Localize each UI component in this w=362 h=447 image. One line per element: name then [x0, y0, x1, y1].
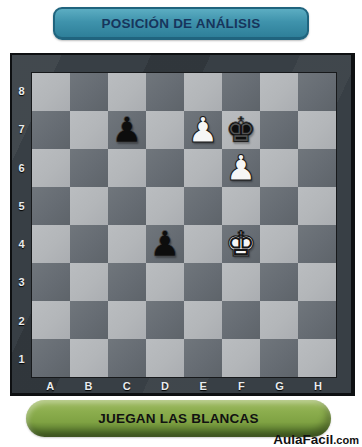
square-c8[interactable] — [108, 73, 146, 111]
square-g2[interactable] — [260, 301, 298, 339]
square-a1[interactable] — [32, 339, 70, 377]
square-a3[interactable] — [32, 263, 70, 301]
square-a8[interactable] — [32, 73, 70, 111]
rank-label-6: 6 — [12, 149, 31, 187]
black-pawn-d4[interactable]: ♟ — [146, 225, 184, 263]
watermark-suffix: .com — [333, 434, 359, 446]
black-pawn-c7[interactable]: ♟ — [108, 111, 146, 149]
file-label-a: A — [31, 378, 69, 393]
square-h2[interactable] — [298, 301, 336, 339]
rank-label-2: 2 — [12, 302, 31, 340]
square-e3[interactable] — [184, 263, 222, 301]
square-f7[interactable]: ♚ — [222, 111, 260, 149]
square-b3[interactable] — [70, 263, 108, 301]
square-e1[interactable] — [184, 339, 222, 377]
analysis-title-banner: POSICIÓN DE ANÁLISIS — [53, 7, 309, 40]
aulafacil-watermark: AulaFacil.com — [273, 430, 359, 447]
square-b4[interactable] — [70, 225, 108, 263]
square-g5[interactable] — [260, 187, 298, 225]
square-b5[interactable] — [70, 187, 108, 225]
square-h6[interactable] — [298, 149, 336, 187]
square-d7[interactable] — [146, 111, 184, 149]
square-c2[interactable] — [108, 301, 146, 339]
white-pawn-f6[interactable]: ♟ — [222, 149, 260, 187]
square-d4[interactable]: ♟ — [146, 225, 184, 263]
square-a2[interactable] — [32, 301, 70, 339]
square-b7[interactable] — [70, 111, 108, 149]
square-h1[interactable] — [298, 339, 336, 377]
square-b2[interactable] — [70, 301, 108, 339]
file-label-c: C — [108, 378, 146, 393]
square-c4[interactable] — [108, 225, 146, 263]
file-labels: ABCDEFGH — [31, 378, 337, 393]
square-f8[interactable] — [222, 73, 260, 111]
square-g4[interactable] — [260, 225, 298, 263]
square-f6[interactable]: ♟ — [222, 149, 260, 187]
file-label-e: E — [184, 378, 222, 393]
square-e7[interactable]: ♟ — [184, 111, 222, 149]
square-c6[interactable] — [108, 149, 146, 187]
square-g1[interactable] — [260, 339, 298, 377]
square-f4[interactable]: ♚ — [222, 225, 260, 263]
square-h7[interactable] — [298, 111, 336, 149]
square-f1[interactable] — [222, 339, 260, 377]
square-b8[interactable] — [70, 73, 108, 111]
rank-label-3: 3 — [12, 263, 31, 301]
square-h3[interactable] — [298, 263, 336, 301]
square-c5[interactable] — [108, 187, 146, 225]
black-king-f7[interactable]: ♚ — [222, 111, 260, 149]
rank-label-1: 1 — [12, 340, 31, 378]
rank-label-4: 4 — [12, 225, 31, 263]
square-h5[interactable] — [298, 187, 336, 225]
square-e4[interactable] — [184, 225, 222, 263]
square-h8[interactable] — [298, 73, 336, 111]
square-g7[interactable] — [260, 111, 298, 149]
square-b1[interactable] — [70, 339, 108, 377]
file-label-d: D — [146, 378, 184, 393]
file-label-f: F — [222, 378, 260, 393]
square-g3[interactable] — [260, 263, 298, 301]
square-g6[interactable] — [260, 149, 298, 187]
square-b6[interactable] — [70, 149, 108, 187]
white-pawn-e7[interactable]: ♟ — [184, 111, 222, 149]
square-e8[interactable] — [184, 73, 222, 111]
square-d2[interactable] — [146, 301, 184, 339]
square-c7[interactable]: ♟ — [108, 111, 146, 149]
square-h4[interactable] — [298, 225, 336, 263]
square-a5[interactable] — [32, 187, 70, 225]
watermark-brand: AulaFacil — [273, 432, 333, 447]
rank-label-5: 5 — [12, 187, 31, 225]
square-f5[interactable] — [222, 187, 260, 225]
file-label-b: B — [69, 378, 107, 393]
analysis-title-label: POSICIÓN DE ANÁLISIS — [102, 16, 261, 31]
square-a6[interactable] — [32, 149, 70, 187]
square-g8[interactable] — [260, 73, 298, 111]
square-a4[interactable] — [32, 225, 70, 263]
white-king-f4[interactable]: ♚ — [222, 225, 260, 263]
square-f2[interactable] — [222, 301, 260, 339]
square-d8[interactable] — [146, 73, 184, 111]
board-grid: ♟♟♚♟♟♚ — [31, 72, 337, 378]
square-c1[interactable] — [108, 339, 146, 377]
square-d5[interactable] — [146, 187, 184, 225]
rank-labels: 87654321 — [12, 72, 31, 378]
square-d6[interactable] — [146, 149, 184, 187]
square-d1[interactable] — [146, 339, 184, 377]
square-a7[interactable] — [32, 111, 70, 149]
file-label-h: H — [299, 378, 337, 393]
rank-label-7: 7 — [12, 110, 31, 148]
square-d3[interactable] — [146, 263, 184, 301]
square-e5[interactable] — [184, 187, 222, 225]
file-label-g: G — [261, 378, 299, 393]
square-e2[interactable] — [184, 301, 222, 339]
square-f3[interactable] — [222, 263, 260, 301]
side-to-move-label: JUEGAN LAS BLANCAS — [98, 411, 258, 426]
square-e6[interactable] — [184, 149, 222, 187]
square-c3[interactable] — [108, 263, 146, 301]
rank-label-8: 8 — [12, 72, 31, 110]
chess-board-frame: 87654321 ♟♟♚♟♟♚ ABCDEFGH — [10, 53, 355, 396]
